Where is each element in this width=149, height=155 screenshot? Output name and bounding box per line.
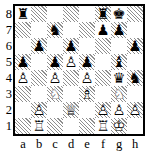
- square-c1: [47, 118, 63, 134]
- square-b5: [31, 54, 47, 70]
- black-rook-glyph: ♜: [95, 6, 111, 22]
- white-pawn-a4: ♟♙: [15, 70, 31, 86]
- black-pawn-glyph: ♟: [15, 54, 31, 70]
- square-g7: ♟: [111, 22, 127, 38]
- square-c2: [47, 102, 63, 118]
- square-d2: ♛♕: [63, 102, 79, 118]
- square-h1: [127, 118, 143, 134]
- square-h6: ♟: [127, 38, 143, 54]
- square-g8: ♚: [111, 6, 127, 22]
- square-f8: ♜: [95, 6, 111, 22]
- rank-label-6: 6: [0, 38, 12, 54]
- white-rook-glyph: ♖: [95, 118, 111, 134]
- square-b4: [31, 70, 47, 86]
- square-h8: [127, 6, 143, 22]
- rank-label-2: 2: [0, 102, 12, 118]
- rank-label-3: 3: [0, 86, 12, 102]
- square-b3: [31, 86, 47, 102]
- white-pawn-h2: ♟♙: [127, 102, 143, 118]
- white-bishop-e3: ♝♗: [79, 86, 95, 102]
- square-a6: [15, 38, 31, 54]
- square-f3: [95, 86, 111, 102]
- square-c6: [47, 38, 63, 54]
- square-b7: [31, 22, 47, 38]
- file-label-d: d: [63, 137, 79, 153]
- black-rook-f8: ♜: [95, 6, 111, 22]
- square-a1: [15, 118, 31, 134]
- white-pawn-glyph: ♙: [31, 102, 47, 118]
- black-pawn-e5: ♟: [79, 54, 95, 70]
- square-b6: ♟: [31, 38, 47, 54]
- white-pawn-glyph: ♙: [15, 70, 31, 86]
- rank-label-7: 7: [0, 22, 12, 38]
- square-g5: ♝: [111, 54, 127, 70]
- square-g6: [111, 38, 127, 54]
- square-d3: [63, 86, 79, 102]
- black-pawn-glyph: ♟: [127, 38, 143, 54]
- square-a4: ♟♙: [15, 70, 31, 86]
- black-queen-glyph: ♛: [111, 70, 127, 86]
- black-pawn-glyph: ♟: [47, 54, 63, 70]
- square-b2: ♟♙: [31, 102, 47, 118]
- square-d1: [63, 118, 79, 134]
- white-bishop-glyph: ♗: [79, 86, 95, 102]
- black-pawn-h6: ♟: [127, 38, 143, 54]
- black-pawn-glyph: ♟: [95, 22, 111, 38]
- black-pawn-a5: ♟: [15, 54, 31, 70]
- white-pawn-f2: ♟♙: [95, 102, 111, 118]
- black-pawn-b6: ♟: [31, 38, 47, 54]
- black-pawn-c5: ♟: [47, 54, 63, 70]
- square-c7: ♞: [47, 22, 63, 38]
- white-pawn-glyph: ♙: [63, 54, 79, 70]
- square-f7: ♟: [95, 22, 111, 38]
- square-d7: [63, 22, 79, 38]
- square-a3: [15, 86, 31, 102]
- white-pawn-e4: ♟♙: [79, 70, 95, 86]
- rank-label-4: 4: [0, 70, 12, 86]
- square-d4: [63, 70, 79, 86]
- square-e5: ♟: [79, 54, 95, 70]
- file-label-a: a: [15, 137, 31, 153]
- black-pawn-glyph: ♟: [79, 54, 95, 70]
- square-f2: ♟♙: [95, 102, 111, 118]
- black-pawn-d6: ♟: [63, 38, 79, 54]
- black-king-glyph: ♚: [111, 6, 127, 22]
- white-pawn-glyph: ♙: [111, 102, 127, 118]
- black-pawn-glyph: ♟: [111, 22, 127, 38]
- rank-labels: 87654321: [0, 6, 12, 134]
- square-g4: ♛: [111, 70, 127, 86]
- white-rook-glyph: ♖: [31, 118, 47, 134]
- black-queen-g4: ♛: [111, 70, 127, 86]
- square-h2: ♟♙: [127, 102, 143, 118]
- black-pawn-g7: ♟: [111, 22, 127, 38]
- chess-diagram: 87654321 ♜♜♚♞♟♟♟♟♟♟♟♟♙♟♝♟♙♟♙♟♙♛♞♞♘♝♗♞♘♟♙…: [0, 0, 149, 155]
- square-a2: [15, 102, 31, 118]
- square-c5: ♟: [47, 54, 63, 70]
- square-d8: [63, 6, 79, 22]
- black-rook-glyph: ♜: [15, 6, 31, 22]
- square-g3: ♞♘: [111, 86, 127, 102]
- black-knight-c7: ♞: [47, 22, 63, 38]
- square-e4: ♟♙: [79, 70, 95, 86]
- square-f4: [95, 70, 111, 86]
- square-d5: ♟♙: [63, 54, 79, 70]
- square-g2: ♟♙: [111, 102, 127, 118]
- white-knight-c3: ♞♘: [47, 86, 63, 102]
- white-pawn-c4: ♟♙: [47, 70, 63, 86]
- square-b1: ♜♖: [31, 118, 47, 134]
- square-f6: [95, 38, 111, 54]
- square-a7: [15, 22, 31, 38]
- white-pawn-glyph: ♙: [79, 70, 95, 86]
- square-h5: [127, 54, 143, 70]
- file-label-f: f: [95, 137, 111, 153]
- white-knight-glyph: ♘: [47, 86, 63, 102]
- file-label-h: h: [127, 137, 143, 153]
- square-c8: [47, 6, 63, 22]
- square-h4: ♞: [127, 70, 143, 86]
- square-d6: ♟: [63, 38, 79, 54]
- square-f5: [95, 54, 111, 70]
- black-pawn-glyph: ♟: [31, 38, 47, 54]
- white-knight-g3: ♞♘: [111, 86, 127, 102]
- square-c3: ♞♘: [47, 86, 63, 102]
- white-rook-f1: ♜♖: [95, 118, 111, 134]
- black-pawn-glyph: ♟: [63, 38, 79, 54]
- rank-label-8: 8: [0, 6, 12, 22]
- square-c4: ♟♙: [47, 70, 63, 86]
- white-king-g1: ♚♔: [111, 118, 127, 134]
- square-e3: ♝♗: [79, 86, 95, 102]
- white-pawn-d5: ♟♙: [63, 54, 79, 70]
- black-knight-glyph: ♞: [127, 70, 143, 86]
- white-pawn-glyph: ♙: [127, 102, 143, 118]
- white-knight-glyph: ♘: [111, 86, 127, 102]
- file-label-e: e: [79, 137, 95, 153]
- rank-label-1: 1: [0, 118, 12, 134]
- square-e2: [79, 102, 95, 118]
- square-g1: ♚♔: [111, 118, 127, 134]
- black-bishop-glyph: ♝: [111, 54, 127, 70]
- square-b8: [31, 6, 47, 22]
- file-label-c: c: [47, 137, 63, 153]
- black-rook-a8: ♜: [15, 6, 31, 22]
- white-pawn-glyph: ♙: [95, 102, 111, 118]
- square-a5: ♟: [15, 54, 31, 70]
- rank-label-5: 5: [0, 54, 12, 70]
- white-pawn-glyph: ♙: [47, 70, 63, 86]
- file-label-g: g: [111, 137, 127, 153]
- white-queen-d2: ♛♕: [63, 102, 79, 118]
- white-king-glyph: ♔: [111, 118, 127, 134]
- square-f1: ♜♖: [95, 118, 111, 134]
- black-knight-h4: ♞: [127, 70, 143, 86]
- black-king-g8: ♚: [111, 6, 127, 22]
- square-h7: [127, 22, 143, 38]
- white-pawn-b2: ♟♙: [31, 102, 47, 118]
- square-h3: [127, 86, 143, 102]
- file-label-b: b: [31, 137, 47, 153]
- black-knight-glyph: ♞: [47, 22, 63, 38]
- square-e1: [79, 118, 95, 134]
- square-e6: [79, 38, 95, 54]
- white-pawn-g2: ♟♙: [111, 102, 127, 118]
- white-rook-b1: ♜♖: [31, 118, 47, 134]
- square-e7: [79, 22, 95, 38]
- white-queen-glyph: ♕: [63, 102, 79, 118]
- chess-board: ♜♜♚♞♟♟♟♟♟♟♟♟♙♟♝♟♙♟♙♟♙♛♞♞♘♝♗♞♘♟♙♛♕♟♙♟♙♟♙♜…: [13, 4, 145, 136]
- black-pawn-f7: ♟: [95, 22, 111, 38]
- file-labels: abcdefgh: [15, 137, 143, 153]
- square-e8: [79, 6, 95, 22]
- black-bishop-g5: ♝: [111, 54, 127, 70]
- square-a8: ♜: [15, 6, 31, 22]
